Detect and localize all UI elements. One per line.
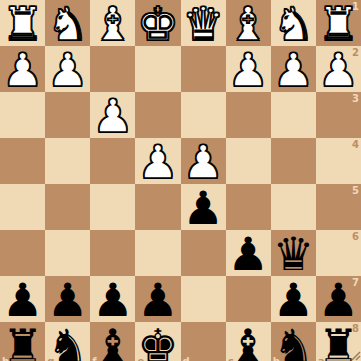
square-h6[interactable] bbox=[0, 230, 45, 276]
piece-black-pawn[interactable]: ♟ bbox=[182, 185, 223, 231]
square-e2[interactable] bbox=[135, 46, 180, 92]
square-f2[interactable] bbox=[90, 46, 135, 92]
square-e4[interactable]: ♟ bbox=[135, 138, 180, 184]
square-d7[interactable] bbox=[181, 276, 226, 322]
square-b7[interactable]: ♟ bbox=[271, 276, 316, 322]
square-g3[interactable] bbox=[45, 92, 90, 138]
piece-white-knight[interactable]: ♞ bbox=[47, 1, 88, 47]
piece-black-rook[interactable]: ♜ bbox=[2, 323, 43, 361]
square-a1[interactable]: ♜1 bbox=[316, 0, 361, 46]
square-d5[interactable]: ♟ bbox=[181, 184, 226, 230]
piece-white-queen[interactable]: ♛ bbox=[182, 1, 223, 47]
square-b1[interactable]: ♞ bbox=[271, 0, 316, 46]
square-c1[interactable]: ♝ bbox=[226, 0, 271, 46]
square-e3[interactable] bbox=[135, 92, 180, 138]
square-f5[interactable] bbox=[90, 184, 135, 230]
square-f3[interactable]: ♟ bbox=[90, 92, 135, 138]
piece-black-pawn[interactable]: ♟ bbox=[273, 277, 314, 323]
square-d4[interactable]: ♟ bbox=[181, 138, 226, 184]
square-e8[interactable]: ♚e bbox=[135, 322, 180, 361]
square-h2[interactable]: ♟ bbox=[0, 46, 45, 92]
piece-white-king[interactable]: ♚ bbox=[137, 1, 178, 47]
square-f4[interactable] bbox=[90, 138, 135, 184]
square-c4[interactable] bbox=[226, 138, 271, 184]
square-b3[interactable] bbox=[271, 92, 316, 138]
square-e1[interactable]: ♚ bbox=[135, 0, 180, 46]
square-b6[interactable]: ♛ bbox=[271, 230, 316, 276]
square-d6[interactable] bbox=[181, 230, 226, 276]
piece-black-knight[interactable]: ♞ bbox=[47, 323, 88, 361]
piece-white-knight[interactable]: ♞ bbox=[273, 1, 314, 47]
piece-black-pawn[interactable]: ♟ bbox=[2, 277, 43, 323]
chess-board: ♜♞♝♚♛♝♞♜1♟♟♟♟♟2♟3♟♟4♟5♟♛6♟♟♟♟♟♟7♜h♞g♝f♚e… bbox=[0, 0, 361, 361]
square-e5[interactable] bbox=[135, 184, 180, 230]
square-h8[interactable]: ♜h bbox=[0, 322, 45, 361]
square-a6[interactable]: 6 bbox=[316, 230, 361, 276]
piece-black-pawn[interactable]: ♟ bbox=[92, 277, 133, 323]
square-f6[interactable] bbox=[90, 230, 135, 276]
square-a7[interactable]: ♟7 bbox=[316, 276, 361, 322]
square-d2[interactable] bbox=[181, 46, 226, 92]
square-c2[interactable]: ♟ bbox=[226, 46, 271, 92]
square-g7[interactable]: ♟ bbox=[45, 276, 90, 322]
square-c3[interactable] bbox=[226, 92, 271, 138]
rank-label-6: 6 bbox=[352, 232, 359, 242]
square-g4[interactable] bbox=[45, 138, 90, 184]
piece-black-bishop[interactable]: ♝ bbox=[228, 323, 269, 361]
piece-white-pawn[interactable]: ♟ bbox=[228, 47, 269, 93]
square-f8[interactable]: ♝f bbox=[90, 322, 135, 361]
square-f1[interactable]: ♝ bbox=[90, 0, 135, 46]
square-h5[interactable] bbox=[0, 184, 45, 230]
piece-white-pawn[interactable]: ♟ bbox=[92, 93, 133, 139]
piece-black-pawn[interactable]: ♟ bbox=[47, 277, 88, 323]
piece-white-rook[interactable]: ♜ bbox=[318, 1, 359, 47]
piece-black-pawn[interactable]: ♟ bbox=[137, 277, 178, 323]
piece-black-pawn[interactable]: ♟ bbox=[318, 277, 359, 323]
piece-black-knight[interactable]: ♞ bbox=[273, 323, 314, 361]
square-g2[interactable]: ♟ bbox=[45, 46, 90, 92]
square-g8[interactable]: ♞g bbox=[45, 322, 90, 361]
piece-black-bishop[interactable]: ♝ bbox=[92, 323, 133, 361]
square-b4[interactable] bbox=[271, 138, 316, 184]
piece-black-pawn[interactable]: ♟ bbox=[228, 231, 269, 277]
square-g6[interactable] bbox=[45, 230, 90, 276]
square-c6[interactable]: ♟ bbox=[226, 230, 271, 276]
piece-white-pawn[interactable]: ♟ bbox=[2, 47, 43, 93]
square-h3[interactable] bbox=[0, 92, 45, 138]
square-b8[interactable]: ♞b bbox=[271, 322, 316, 361]
piece-white-bishop[interactable]: ♝ bbox=[228, 1, 269, 47]
square-e6[interactable] bbox=[135, 230, 180, 276]
square-d1[interactable]: ♛ bbox=[181, 0, 226, 46]
square-b2[interactable]: ♟ bbox=[271, 46, 316, 92]
square-g5[interactable] bbox=[45, 184, 90, 230]
square-a2[interactable]: ♟2 bbox=[316, 46, 361, 92]
square-c8[interactable]: ♝c bbox=[226, 322, 271, 361]
piece-white-pawn[interactable]: ♟ bbox=[273, 47, 314, 93]
square-h4[interactable] bbox=[0, 138, 45, 184]
piece-white-pawn[interactable]: ♟ bbox=[182, 139, 223, 185]
square-d3[interactable] bbox=[181, 92, 226, 138]
piece-white-rook[interactable]: ♜ bbox=[2, 1, 43, 47]
square-d8[interactable]: d bbox=[181, 322, 226, 361]
square-b5[interactable] bbox=[271, 184, 316, 230]
square-g1[interactable]: ♞ bbox=[45, 0, 90, 46]
square-h7[interactable]: ♟ bbox=[0, 276, 45, 322]
square-c7[interactable] bbox=[226, 276, 271, 322]
square-e7[interactable]: ♟ bbox=[135, 276, 180, 322]
piece-black-king[interactable]: ♚ bbox=[137, 323, 178, 361]
rank-label-5: 5 bbox=[352, 186, 359, 196]
square-h1[interactable]: ♜ bbox=[0, 0, 45, 46]
piece-white-pawn[interactable]: ♟ bbox=[137, 139, 178, 185]
square-c5[interactable] bbox=[226, 184, 271, 230]
rank-label-3: 3 bbox=[352, 94, 359, 104]
piece-white-pawn[interactable]: ♟ bbox=[47, 47, 88, 93]
piece-white-pawn[interactable]: ♟ bbox=[318, 47, 359, 93]
piece-white-bishop[interactable]: ♝ bbox=[92, 1, 133, 47]
square-f7[interactable]: ♟ bbox=[90, 276, 135, 322]
square-a3[interactable]: 3 bbox=[316, 92, 361, 138]
piece-black-queen[interactable]: ♛ bbox=[273, 231, 314, 277]
rank-label-4: 4 bbox=[352, 140, 359, 150]
file-label-d: d bbox=[183, 357, 190, 361]
square-a5[interactable]: 5 bbox=[316, 184, 361, 230]
square-a4[interactable]: 4 bbox=[316, 138, 361, 184]
board-resize-handle[interactable] bbox=[349, 349, 361, 361]
